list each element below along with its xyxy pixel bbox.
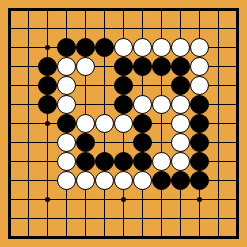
board-cell[interactable] (57, 95, 76, 114)
board-cell[interactable] (76, 228, 95, 247)
black-stone (114, 152, 133, 171)
black-stone (190, 133, 209, 152)
board-cell[interactable] (228, 38, 247, 57)
board-cell[interactable] (19, 152, 38, 171)
white-stone (57, 133, 76, 152)
board-cell[interactable] (114, 76, 133, 95)
board-cell[interactable] (95, 38, 114, 57)
board-cell[interactable] (95, 19, 114, 38)
board-cell[interactable] (57, 152, 76, 171)
board-cell[interactable] (57, 209, 76, 228)
black-stone (57, 114, 76, 133)
board-cell[interactable] (76, 95, 95, 114)
board-cell[interactable] (209, 228, 228, 247)
board-cell[interactable] (228, 57, 247, 76)
board-cell[interactable] (171, 76, 190, 95)
board-cell[interactable] (209, 190, 228, 209)
black-stone (76, 133, 95, 152)
board-cell[interactable] (19, 19, 38, 38)
board-cell[interactable] (190, 228, 209, 247)
white-stone (133, 38, 152, 57)
board-cell[interactable] (38, 95, 57, 114)
black-stone (133, 57, 152, 76)
board-cell[interactable] (95, 76, 114, 95)
board-cell[interactable] (209, 19, 228, 38)
board-cell[interactable] (0, 209, 19, 228)
board-cell[interactable] (190, 114, 209, 133)
board-cell[interactable] (95, 228, 114, 247)
board-cell[interactable] (95, 114, 114, 133)
board-cell[interactable] (171, 114, 190, 133)
black-stone (190, 114, 209, 133)
board-cell[interactable] (0, 133, 19, 152)
white-stone (171, 95, 190, 114)
board-cell[interactable] (171, 209, 190, 228)
board-cell[interactable] (152, 0, 171, 19)
board-cell[interactable] (19, 76, 38, 95)
board-cell[interactable] (133, 19, 152, 38)
board-cell[interactable] (209, 95, 228, 114)
board-cell[interactable] (95, 171, 114, 190)
board-cell[interactable] (76, 133, 95, 152)
board-cell[interactable] (19, 228, 38, 247)
board-cell[interactable] (152, 171, 171, 190)
board-cell[interactable] (19, 38, 38, 57)
black-stone (95, 38, 114, 57)
board-cell[interactable] (95, 95, 114, 114)
board-cell[interactable] (57, 57, 76, 76)
board-cell[interactable] (57, 76, 76, 95)
board-cell[interactable] (0, 171, 19, 190)
white-stone (152, 95, 171, 114)
board-cell[interactable] (76, 19, 95, 38)
board-cell[interactable] (76, 152, 95, 171)
black-stone (38, 95, 57, 114)
board-cell[interactable] (114, 228, 133, 247)
board-cell[interactable] (76, 76, 95, 95)
white-stone (171, 38, 190, 57)
board-cell[interactable] (190, 133, 209, 152)
white-stone (171, 114, 190, 133)
board-cell[interactable] (133, 228, 152, 247)
board-cell[interactable] (0, 57, 19, 76)
board-cell[interactable] (190, 190, 209, 209)
board-cell[interactable] (171, 19, 190, 38)
board-cell[interactable] (57, 190, 76, 209)
board-cell[interactable] (38, 19, 57, 38)
white-stone (171, 133, 190, 152)
board-cell[interactable] (152, 133, 171, 152)
board-cell[interactable] (152, 114, 171, 133)
board-cell[interactable] (133, 171, 152, 190)
board-cell[interactable] (38, 209, 57, 228)
board-cell[interactable] (114, 57, 133, 76)
board-cell[interactable] (171, 95, 190, 114)
black-stone (114, 57, 133, 76)
board-cell[interactable] (38, 57, 57, 76)
board-cell[interactable] (152, 95, 171, 114)
white-stone (171, 152, 190, 171)
board-cell[interactable] (57, 133, 76, 152)
white-stone (190, 76, 209, 95)
board-cell[interactable] (0, 114, 19, 133)
board-cell[interactable] (0, 228, 19, 247)
board-cell[interactable] (190, 209, 209, 228)
board-cell[interactable] (57, 19, 76, 38)
white-stone (57, 95, 76, 114)
black-stone (133, 114, 152, 133)
board-cell[interactable] (38, 152, 57, 171)
white-stone (76, 57, 95, 76)
board-cell[interactable] (0, 190, 19, 209)
board-cell[interactable] (171, 171, 190, 190)
board-cell[interactable] (133, 95, 152, 114)
board-cell[interactable] (133, 38, 152, 57)
board-cell[interactable] (0, 19, 19, 38)
black-stone (57, 38, 76, 57)
white-stone (76, 114, 95, 133)
board-cell[interactable] (209, 114, 228, 133)
board-cell[interactable] (190, 0, 209, 19)
board-cell[interactable] (57, 0, 76, 19)
board-cell[interactable] (209, 57, 228, 76)
board-cell[interactable] (228, 228, 247, 247)
board-cell[interactable] (171, 152, 190, 171)
black-stone (114, 76, 133, 95)
board-cell[interactable] (114, 171, 133, 190)
board-cell[interactable] (38, 190, 57, 209)
board-cell[interactable] (152, 57, 171, 76)
board-cell[interactable] (228, 190, 247, 209)
white-stone (190, 57, 209, 76)
board-cell[interactable] (19, 190, 38, 209)
board-cell[interactable] (209, 38, 228, 57)
board-cell[interactable] (57, 171, 76, 190)
board-cell[interactable] (171, 57, 190, 76)
board-cell[interactable] (171, 190, 190, 209)
black-stone (114, 95, 133, 114)
board-cell[interactable] (114, 209, 133, 228)
white-stone (152, 38, 171, 57)
board-cell[interactable] (228, 0, 247, 19)
white-stone (133, 171, 152, 190)
board-cell[interactable] (190, 171, 209, 190)
board-cell[interactable] (190, 38, 209, 57)
board-cell[interactable] (190, 95, 209, 114)
board-cell[interactable] (76, 209, 95, 228)
board-cell[interactable] (133, 114, 152, 133)
board-cell[interactable] (190, 152, 209, 171)
white-stone (57, 152, 76, 171)
board-cell[interactable] (152, 228, 171, 247)
board-cell[interactable] (209, 76, 228, 95)
black-stone (38, 76, 57, 95)
black-stone (190, 171, 209, 190)
black-stone (171, 171, 190, 190)
board-cell[interactable] (0, 38, 19, 57)
black-stone (152, 57, 171, 76)
board-cell[interactable] (133, 209, 152, 228)
white-stone (114, 114, 133, 133)
board-cell[interactable] (228, 19, 247, 38)
board-cell[interactable] (38, 133, 57, 152)
board-cell[interactable] (190, 19, 209, 38)
white-stone (190, 38, 209, 57)
board-cell[interactable] (19, 114, 38, 133)
go-board (0, 0, 247, 247)
board-cell[interactable] (133, 152, 152, 171)
board-cell[interactable] (228, 95, 247, 114)
board-cell[interactable] (57, 228, 76, 247)
board-cell[interactable] (95, 152, 114, 171)
white-stone (95, 171, 114, 190)
board-cell[interactable] (19, 95, 38, 114)
board-cell[interactable] (228, 114, 247, 133)
board-cell[interactable] (95, 190, 114, 209)
board-cell[interactable] (171, 228, 190, 247)
black-stone (171, 76, 190, 95)
board-cell[interactable] (133, 57, 152, 76)
board-cell[interactable] (19, 171, 38, 190)
board-cell[interactable] (95, 0, 114, 19)
white-stone (133, 95, 152, 114)
board-cell[interactable] (171, 38, 190, 57)
white-stone (114, 38, 133, 57)
board-cell[interactable] (152, 19, 171, 38)
board-cell[interactable] (95, 133, 114, 152)
board-cell[interactable] (228, 76, 247, 95)
board-cell[interactable] (114, 38, 133, 57)
board-cell[interactable] (76, 114, 95, 133)
board-cell[interactable] (19, 133, 38, 152)
board-cell[interactable] (152, 190, 171, 209)
white-stone (57, 57, 76, 76)
board-cell[interactable] (76, 38, 95, 57)
board-cell[interactable] (190, 76, 209, 95)
black-stone (38, 57, 57, 76)
board-cell[interactable] (0, 76, 19, 95)
white-stone (76, 171, 95, 190)
black-stone (152, 171, 171, 190)
board-cell[interactable] (171, 0, 190, 19)
board-cell[interactable] (228, 209, 247, 228)
board-cell[interactable] (152, 209, 171, 228)
board-cell[interactable] (209, 152, 228, 171)
black-stone (76, 152, 95, 171)
board-cell[interactable] (114, 19, 133, 38)
board-cell[interactable] (228, 152, 247, 171)
board-cell[interactable] (95, 57, 114, 76)
black-stone (133, 152, 152, 171)
white-stone (114, 171, 133, 190)
board-cell[interactable] (38, 0, 57, 19)
board-cell[interactable] (133, 76, 152, 95)
board-cell[interactable] (19, 209, 38, 228)
board-cell[interactable] (19, 57, 38, 76)
board-cell[interactable] (133, 190, 152, 209)
board-cell[interactable] (38, 171, 57, 190)
board-cell[interactable] (38, 76, 57, 95)
board-cell[interactable] (38, 114, 57, 133)
board-cell[interactable] (114, 133, 133, 152)
board-cell[interactable] (114, 0, 133, 19)
board-cell[interactable] (133, 133, 152, 152)
board-cell[interactable] (190, 57, 209, 76)
board-cell[interactable] (114, 152, 133, 171)
black-stone (171, 57, 190, 76)
board-cell[interactable] (228, 171, 247, 190)
board-cell[interactable] (152, 152, 171, 171)
board-cell[interactable] (209, 171, 228, 190)
board-cell[interactable] (76, 190, 95, 209)
white-stone (57, 171, 76, 190)
board-cell[interactable] (19, 0, 38, 19)
board-cells (0, 0, 247, 247)
board-cell[interactable] (114, 190, 133, 209)
board-cell[interactable] (171, 133, 190, 152)
board-cell[interactable] (152, 38, 171, 57)
board-cell[interactable] (57, 114, 76, 133)
board-cell[interactable] (114, 114, 133, 133)
board-cell[interactable] (0, 95, 19, 114)
board-cell[interactable] (76, 171, 95, 190)
board-cell[interactable] (209, 0, 228, 19)
board-cell[interactable] (0, 0, 19, 19)
black-stone (95, 152, 114, 171)
board-cell[interactable] (152, 76, 171, 95)
black-stone (76, 38, 95, 57)
white-stone (57, 76, 76, 95)
white-stone (152, 152, 171, 171)
black-stone (133, 133, 152, 152)
board-cell[interactable] (57, 38, 76, 57)
board-cell[interactable] (95, 209, 114, 228)
board-cell[interactable] (38, 38, 57, 57)
board-cell[interactable] (114, 95, 133, 114)
board-cell[interactable] (228, 133, 247, 152)
black-stone (190, 152, 209, 171)
black-stone (190, 95, 209, 114)
board-cell[interactable] (209, 209, 228, 228)
board-cell[interactable] (76, 0, 95, 19)
board-cell[interactable] (38, 228, 57, 247)
board-cell[interactable] (133, 0, 152, 19)
board-cell[interactable] (0, 152, 19, 171)
white-stone (95, 114, 114, 133)
board-cell[interactable] (76, 57, 95, 76)
board-cell[interactable] (209, 133, 228, 152)
